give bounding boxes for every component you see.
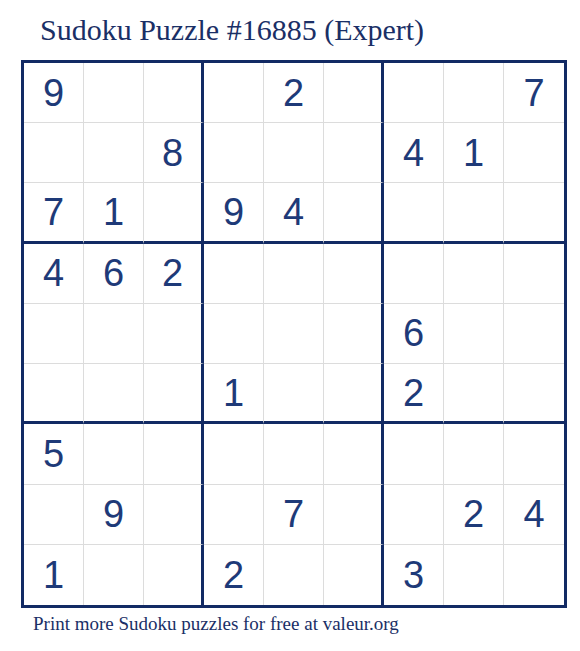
cell-r9c8[interactable] xyxy=(444,545,504,605)
cell-r7c4[interactable] xyxy=(204,424,264,484)
cell-r5c1[interactable] xyxy=(24,304,84,364)
cell-r2c1[interactable] xyxy=(24,123,84,183)
cell-r5c7[interactable]: 6 xyxy=(384,304,444,364)
cell-r4c3[interactable]: 2 xyxy=(144,244,204,304)
cell-r8c7[interactable] xyxy=(384,485,444,545)
cell-r2c4[interactable] xyxy=(204,123,264,183)
cell-r3c8[interactable] xyxy=(444,183,504,243)
cell-r4c4[interactable] xyxy=(204,244,264,304)
cell-r6c5[interactable] xyxy=(264,364,324,424)
cell-r8c1[interactable] xyxy=(24,485,84,545)
cell-r5c2[interactable] xyxy=(84,304,144,364)
cell-r3c3[interactable] xyxy=(144,183,204,243)
cell-r1c8[interactable] xyxy=(444,63,504,123)
cell-r4c9[interactable] xyxy=(504,244,564,304)
cell-r1c5[interactable]: 2 xyxy=(264,63,324,123)
cell-r9c5[interactable] xyxy=(264,545,324,605)
cell-r3c1[interactable]: 7 xyxy=(24,183,84,243)
cell-r1c6[interactable] xyxy=(324,63,384,123)
cell-r8c8[interactable]: 2 xyxy=(444,485,504,545)
cell-r7c8[interactable] xyxy=(444,424,504,484)
sudoku-grid: 927841719446261259724123 xyxy=(21,60,567,608)
cell-r8c5[interactable]: 7 xyxy=(264,485,324,545)
cell-r1c7[interactable] xyxy=(384,63,444,123)
cell-r4c8[interactable] xyxy=(444,244,504,304)
cell-r2c9[interactable] xyxy=(504,123,564,183)
cell-r3c7[interactable] xyxy=(384,183,444,243)
cell-r2c7[interactable]: 4 xyxy=(384,123,444,183)
cell-r5c6[interactable] xyxy=(324,304,384,364)
cell-r7c5[interactable] xyxy=(264,424,324,484)
cell-r3c4[interactable]: 9 xyxy=(204,183,264,243)
cell-r1c1[interactable]: 9 xyxy=(24,63,84,123)
cell-r6c1[interactable] xyxy=(24,364,84,424)
cell-r7c3[interactable] xyxy=(144,424,204,484)
cell-r5c3[interactable] xyxy=(144,304,204,364)
cell-r4c2[interactable]: 6 xyxy=(84,244,144,304)
cell-r7c9[interactable] xyxy=(504,424,564,484)
cell-r8c4[interactable] xyxy=(204,485,264,545)
cell-r9c4[interactable]: 2 xyxy=(204,545,264,605)
cell-r6c9[interactable] xyxy=(504,364,564,424)
cell-r5c9[interactable] xyxy=(504,304,564,364)
cell-r2c8[interactable]: 1 xyxy=(444,123,504,183)
cell-r8c6[interactable] xyxy=(324,485,384,545)
cell-r4c7[interactable] xyxy=(384,244,444,304)
cell-r5c5[interactable] xyxy=(264,304,324,364)
cell-r6c6[interactable] xyxy=(324,364,384,424)
cell-r3c5[interactable]: 4 xyxy=(264,183,324,243)
cell-r3c2[interactable]: 1 xyxy=(84,183,144,243)
cell-r9c2[interactable] xyxy=(84,545,144,605)
cell-r9c7[interactable]: 3 xyxy=(384,545,444,605)
cell-r9c6[interactable] xyxy=(324,545,384,605)
cell-r4c5[interactable] xyxy=(264,244,324,304)
cell-r6c7[interactable]: 2 xyxy=(384,364,444,424)
cell-r9c1[interactable]: 1 xyxy=(24,545,84,605)
cell-r3c9[interactable] xyxy=(504,183,564,243)
cell-r6c3[interactable] xyxy=(144,364,204,424)
cell-r6c4[interactable]: 1 xyxy=(204,364,264,424)
page-title: Sudoku Puzzle #16885 (Expert) xyxy=(40,13,424,47)
cell-r6c8[interactable] xyxy=(444,364,504,424)
cell-r2c2[interactable] xyxy=(84,123,144,183)
cell-r9c9[interactable] xyxy=(504,545,564,605)
cell-r2c5[interactable] xyxy=(264,123,324,183)
cell-r5c4[interactable] xyxy=(204,304,264,364)
cell-r7c6[interactable] xyxy=(324,424,384,484)
cell-r7c2[interactable] xyxy=(84,424,144,484)
cell-r2c6[interactable] xyxy=(324,123,384,183)
cell-r1c9[interactable]: 7 xyxy=(504,63,564,123)
cell-r8c3[interactable] xyxy=(144,485,204,545)
cell-r1c2[interactable] xyxy=(84,63,144,123)
cell-r5c8[interactable] xyxy=(444,304,504,364)
cell-r1c3[interactable] xyxy=(144,63,204,123)
cell-r7c7[interactable] xyxy=(384,424,444,484)
footer-text: Print more Sudoku puzzles for free at va… xyxy=(33,613,399,635)
cell-r9c3[interactable] xyxy=(144,545,204,605)
cell-r4c1[interactable]: 4 xyxy=(24,244,84,304)
cell-r8c2[interactable]: 9 xyxy=(84,485,144,545)
cell-r7c1[interactable]: 5 xyxy=(24,424,84,484)
cell-r3c6[interactable] xyxy=(324,183,384,243)
cell-r4c6[interactable] xyxy=(324,244,384,304)
cell-r2c3[interactable]: 8 xyxy=(144,123,204,183)
cell-r8c9[interactable]: 4 xyxy=(504,485,564,545)
cell-r1c4[interactable] xyxy=(204,63,264,123)
cell-r6c2[interactable] xyxy=(84,364,144,424)
